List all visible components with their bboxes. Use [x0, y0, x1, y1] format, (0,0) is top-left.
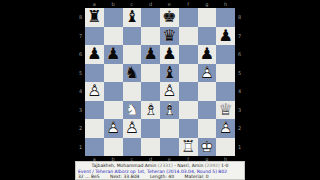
square-d3: ♝♗ [141, 101, 160, 120]
piece-outline: ♕ [218, 100, 232, 119]
rank-label: 3 [77, 101, 84, 120]
square-a7 [85, 27, 104, 46]
square-e1 [160, 138, 179, 157]
game-info-panel: Tajbakhsh, Mohammad Amin (2331) - Nasri,… [75, 161, 245, 180]
rank-label: 6 [77, 45, 84, 64]
square-d1 [141, 138, 160, 157]
rank-label: 8 [236, 8, 243, 27]
black-rook: ♜ [87, 9, 101, 25]
rank-label: 1 [77, 138, 84, 157]
square-e5: ♝ [160, 64, 179, 83]
white-king: ♚♔ [200, 139, 214, 155]
square-c2: ♟♙ [123, 119, 142, 138]
white-pawn: ♟♙ [125, 120, 139, 136]
square-b2: ♟♙ [104, 119, 123, 138]
white-knight: ♞♘ [125, 102, 139, 118]
square-f6 [179, 45, 198, 64]
game-result: 1-0 [221, 163, 228, 168]
square-h4 [216, 82, 235, 101]
move-status-line: 32 ... Be5 Next: 33.Bd4 Length: 40 Mater… [78, 174, 242, 180]
piece-outline: ♙ [125, 118, 139, 137]
square-b4 [104, 82, 123, 101]
material-balance: Material: 0 [185, 174, 209, 179]
square-a8: ♜ [85, 8, 104, 27]
white-bishop: ♝♗ [143, 102, 157, 118]
square-d8 [141, 8, 160, 27]
square-b8 [104, 8, 123, 27]
square-f2 [179, 119, 198, 138]
piece-outline: ♙ [106, 118, 120, 137]
square-d6: ♟ [141, 45, 160, 64]
square-b3 [104, 101, 123, 120]
square-e8: ♚ [160, 8, 179, 27]
rank-label: 7 [236, 27, 243, 46]
black-pawn: ♟ [143, 46, 157, 62]
square-g6: ♟ [198, 45, 217, 64]
black-pawn: ♟ [162, 46, 176, 62]
piece-outline: ♗ [143, 100, 157, 119]
chess-board: ♜♝♚♛♟♟♟♟♟♟♞♝♟♙♟♙♟♙♞♘♝♗♝♗♛♕♟♙♟♙♟♙♜♖♚♔ [85, 8, 235, 156]
players-line: Tajbakhsh, Mohammad Amin (2331) - Nasri,… [78, 163, 242, 169]
square-b7 [104, 27, 123, 46]
black-bishop: ♝ [125, 9, 139, 25]
square-h5 [216, 64, 235, 83]
file-label: f [179, 1, 198, 7]
square-g4 [198, 82, 217, 101]
square-b5 [104, 64, 123, 83]
white-pawn: ♟♙ [218, 120, 232, 136]
file-label: d [141, 1, 160, 7]
file-label: e [160, 1, 179, 7]
square-c5: ♞ [123, 64, 142, 83]
file-labels-top: abcdefgh [85, 1, 235, 7]
square-a4: ♟♙ [85, 82, 104, 101]
square-h8 [216, 8, 235, 27]
piece-outline: ♙ [87, 81, 101, 100]
piece-outline: ♔ [200, 137, 214, 156]
square-f7 [179, 27, 198, 46]
piece-outline: ♙ [200, 63, 214, 82]
square-d4 [141, 82, 160, 101]
black-pawn: ♟ [106, 46, 120, 62]
square-g7 [198, 27, 217, 46]
square-e6: ♟ [160, 45, 179, 64]
white-rook: ♜♖ [181, 139, 195, 155]
rank-label: 2 [77, 119, 84, 138]
square-c3: ♞♘ [123, 101, 142, 120]
square-h6 [216, 45, 235, 64]
black-queen: ♛ [162, 28, 176, 44]
white-player-name: Tajbakhsh, Mohammad Amin [92, 163, 157, 168]
rank-labels-left: 87654321 [77, 8, 84, 156]
rank-label: 7 [77, 27, 84, 46]
square-f8 [179, 8, 198, 27]
file-label: c [123, 1, 142, 7]
rank-labels-right: 87654321 [236, 8, 243, 156]
piece-outline: ♖ [181, 137, 195, 156]
square-f5 [179, 64, 198, 83]
square-c1 [123, 138, 142, 157]
rank-label: 8 [77, 8, 84, 27]
square-c6 [123, 45, 142, 64]
square-f3 [179, 101, 198, 120]
square-h1 [216, 138, 235, 157]
square-g5: ♟♙ [198, 64, 217, 83]
black-bishop: ♝ [162, 65, 176, 81]
black-player-elo: (2392) [205, 163, 220, 168]
square-e4: ♟♙ [160, 82, 179, 101]
black-king: ♚ [162, 9, 176, 25]
file-label: a [85, 1, 104, 7]
rank-label: 3 [236, 101, 243, 120]
square-a1 [85, 138, 104, 157]
square-e7: ♛ [160, 27, 179, 46]
square-f1: ♜♖ [179, 138, 198, 157]
piece-outline: ♘ [125, 100, 139, 119]
white-pawn: ♟♙ [200, 65, 214, 81]
square-h3: ♛♕ [216, 101, 235, 120]
square-g3 [198, 101, 217, 120]
white-pawn: ♟♙ [106, 120, 120, 136]
white-bishop: ♝♗ [162, 102, 176, 118]
rank-label: 1 [236, 138, 243, 157]
square-a6: ♟ [85, 45, 104, 64]
black-pawn: ♟ [87, 46, 101, 62]
piece-outline: ♙ [162, 81, 176, 100]
square-a3 [85, 101, 104, 120]
white-pawn: ♟♙ [162, 83, 176, 99]
square-d5 [141, 64, 160, 83]
white-player-elo: (2331) [158, 163, 173, 168]
next-move: Next: 33.Bd4 [110, 174, 139, 179]
rank-label: 2 [236, 119, 243, 138]
game-length: Length: 40 [150, 174, 174, 179]
video-frame: { "game": "chess", "position": { "fen": … [0, 0, 320, 180]
piece-outline: ♙ [218, 118, 232, 137]
square-c7 [123, 27, 142, 46]
square-h2: ♟♙ [216, 119, 235, 138]
square-c4 [123, 82, 142, 101]
file-label: g [198, 1, 217, 7]
square-d2 [141, 119, 160, 138]
square-g1: ♚♔ [198, 138, 217, 157]
rank-label: 6 [236, 45, 243, 64]
square-g2 [198, 119, 217, 138]
square-f4 [179, 82, 198, 101]
rank-label: 5 [236, 64, 243, 83]
black-pawn: ♟ [200, 46, 214, 62]
black-player-name: Nasri, Amin [177, 163, 203, 168]
rank-label: 4 [236, 82, 243, 101]
square-d7 [141, 27, 160, 46]
rank-label: 4 [77, 82, 84, 101]
square-e2 [160, 119, 179, 138]
white-pawn: ♟♙ [87, 83, 101, 99]
square-g8 [198, 8, 217, 27]
square-b1 [104, 138, 123, 157]
black-knight: ♞ [125, 65, 139, 81]
file-label: b [104, 1, 123, 7]
square-e3: ♝♗ [160, 101, 179, 120]
players-separator: - [174, 163, 176, 168]
piece-outline: ♗ [162, 100, 176, 119]
last-move: 32 ... Be5 [78, 174, 100, 179]
square-h7: ♟ [216, 27, 235, 46]
square-a2 [85, 119, 104, 138]
white-queen: ♛♕ [218, 102, 232, 118]
black-pawn: ♟ [218, 28, 232, 44]
square-c8: ♝ [123, 8, 142, 27]
square-a5 [85, 64, 104, 83]
square-b6: ♟ [104, 45, 123, 64]
file-label: h [216, 1, 235, 7]
rank-label: 5 [77, 64, 84, 83]
